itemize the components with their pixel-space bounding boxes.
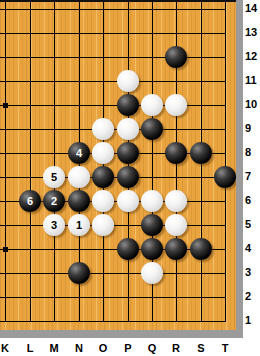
stone-R4 — [165, 238, 187, 260]
move-1-stone-N5: 1 — [68, 214, 90, 236]
stone-R10 — [165, 94, 187, 116]
stone-N6 — [68, 190, 90, 212]
stone-Q5 — [141, 214, 163, 236]
row-label-14: 14 — [245, 2, 260, 15]
stone-P7 — [117, 166, 139, 188]
move-6-stone-L6: 6 — [19, 190, 41, 212]
stone-Q4 — [141, 238, 163, 260]
stone-P10 — [117, 94, 139, 116]
stone-O9 — [92, 118, 114, 140]
move-4-stone-N8: 4 — [68, 142, 90, 164]
star-point-K10 — [3, 103, 8, 108]
col-label-N: N — [71, 342, 87, 355]
stone-R6 — [165, 190, 187, 212]
grid-line-row-14 — [0, 9, 226, 10]
grid-line-row-2 — [0, 297, 226, 298]
col-label-S: S — [193, 342, 209, 355]
stone-O5 — [92, 214, 114, 236]
col-label-L: L — [22, 342, 38, 355]
grid-line-row-3 — [0, 273, 226, 274]
stone-P6 — [117, 190, 139, 212]
row-label-10: 10 — [245, 98, 260, 111]
stone-R12 — [165, 46, 187, 68]
col-label-T: T — [217, 342, 233, 355]
go-diagram: 456231 1413121110987654321 KLMNOPQRST — [0, 0, 260, 356]
row-label-9: 9 — [245, 122, 260, 135]
row-label-2: 2 — [245, 290, 260, 303]
stone-N7 — [68, 166, 90, 188]
stone-Q10 — [141, 94, 163, 116]
move-2-stone-M6: 2 — [43, 190, 65, 212]
row-label-13: 13 — [245, 26, 260, 39]
row-label-7: 7 — [245, 170, 260, 183]
row-label-1: 1 — [245, 314, 260, 327]
grid-line-row-13 — [0, 33, 226, 34]
move-5-stone-M7: 5 — [43, 166, 65, 188]
col-label-Q: Q — [144, 342, 160, 355]
move-3-stone-M5: 3 — [43, 214, 65, 236]
go-board[interactable]: 456231 — [0, 0, 236, 330]
row-label-11: 11 — [245, 74, 260, 87]
grid-line-row-10 — [0, 105, 226, 106]
col-label-R: R — [168, 342, 184, 355]
stone-R8 — [165, 142, 187, 164]
col-label-P: P — [120, 342, 136, 355]
stone-O7 — [92, 166, 114, 188]
stone-T7 — [214, 166, 236, 188]
col-label-M: M — [46, 342, 62, 355]
stone-N3 — [68, 262, 90, 284]
stone-P4 — [117, 238, 139, 260]
board-shadow-right — [236, 0, 243, 338]
stone-O6 — [92, 190, 114, 212]
star-point-K4 — [3, 247, 8, 252]
stone-P9 — [117, 118, 139, 140]
row-label-12: 12 — [245, 50, 260, 63]
stone-R5 — [165, 214, 187, 236]
grid-line-row-11 — [0, 81, 226, 82]
stone-P8 — [117, 142, 139, 164]
row-label-6: 6 — [245, 194, 260, 207]
row-label-5: 5 — [245, 218, 260, 231]
col-label-O: O — [95, 342, 111, 355]
stone-S8 — [190, 142, 212, 164]
row-label-8: 8 — [245, 146, 260, 159]
stone-P11 — [117, 70, 139, 92]
row-label-3: 3 — [245, 266, 260, 279]
stone-O8 — [92, 142, 114, 164]
row-label-4: 4 — [245, 242, 260, 255]
stone-S4 — [190, 238, 212, 260]
stone-Q9 — [141, 118, 163, 140]
stone-Q6 — [141, 190, 163, 212]
stone-Q3 — [141, 262, 163, 284]
grid-line-row-1 — [0, 321, 226, 322]
board-shadow-bottom — [0, 330, 243, 338]
col-label-K: K — [0, 342, 13, 355]
grid-line-row-12 — [0, 57, 226, 58]
